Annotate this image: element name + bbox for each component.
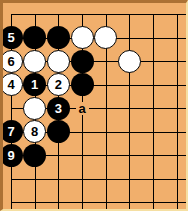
stone-move-number: 7 [7, 125, 14, 138]
go-stone-white-8: 8 [23, 120, 46, 143]
go-stone-black [71, 50, 94, 73]
point-label-a: a [76, 102, 89, 115]
go-stone-white-2: 2 [47, 73, 70, 96]
go-stone-black [47, 26, 70, 49]
go-stone-black [23, 26, 46, 49]
grid-line-horizontal [11, 14, 186, 15]
grid-line-horizontal [11, 202, 186, 203]
stone-move-number: 4 [7, 78, 14, 91]
go-stone-white [23, 97, 46, 120]
stone-move-number: 8 [31, 125, 38, 138]
go-stone-black-1: 1 [23, 73, 46, 96]
go-stone-white [71, 26, 94, 49]
stone-move-number: 5 [7, 31, 14, 44]
go-stone-black [47, 120, 70, 143]
go-stone-white-4: 4 [0, 73, 23, 96]
stone-move-number: 6 [7, 55, 14, 68]
go-stone-white [118, 50, 141, 73]
go-stone-black-7: 7 [0, 120, 23, 143]
go-stone-black-9: 9 [0, 144, 23, 167]
go-stone-black-3: 3 [47, 97, 70, 120]
go-board-diagram: 564123789a [0, 0, 188, 211]
grid-line-horizontal [11, 179, 186, 180]
grid-line-vertical [129, 14, 130, 209]
stone-move-number: 9 [7, 149, 14, 162]
go-stone-white [47, 50, 70, 73]
go-stone-black-5: 5 [0, 26, 23, 49]
stone-move-number: 1 [31, 78, 38, 91]
stone-move-number: 3 [55, 102, 62, 115]
go-stone-black [23, 144, 46, 167]
grid-line-vertical [177, 14, 178, 209]
go-stone-white-6: 6 [0, 50, 23, 73]
stone-move-number: 2 [55, 78, 62, 91]
go-stone-white [94, 26, 117, 49]
go-stone-black [71, 73, 94, 96]
grid-line-vertical [153, 14, 154, 209]
go-stone-white [23, 50, 46, 73]
